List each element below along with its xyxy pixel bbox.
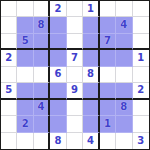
cell-r5c6-given-8[interactable]: 8 [83, 67, 99, 83]
cell-r2c6-empty[interactable] [83, 17, 99, 33]
cell-r4c8-empty[interactable] [116, 50, 132, 66]
cell-r4c6-empty[interactable] [83, 50, 99, 66]
cell-r1c7-empty[interactable] [100, 1, 116, 17]
cell-r2c9-empty[interactable] [133, 17, 149, 33]
cell-r7c6-empty[interactable] [83, 100, 99, 116]
cell-r2c8-given-4[interactable]: 4 [116, 17, 132, 33]
cell-r2c4-empty[interactable] [50, 17, 66, 33]
cell-r5c4-given-6[interactable]: 6 [50, 67, 66, 83]
cell-r8c1-empty[interactable] [1, 116, 17, 132]
cell-r2c1-empty[interactable] [1, 17, 17, 33]
cell-r7c5-empty[interactable] [67, 100, 83, 116]
cell-r7c8-given-8[interactable]: 8 [116, 100, 132, 116]
cell-r4c7-empty[interactable] [100, 50, 116, 66]
cell-r1c5-empty[interactable] [67, 1, 83, 17]
cell-r8c7-given-1[interactable]: 1 [100, 116, 116, 132]
cell-r1c3-empty[interactable] [34, 1, 50, 17]
cell-r5c8-empty[interactable] [116, 67, 132, 83]
cell-r6c5-given-9[interactable]: 9 [67, 83, 83, 99]
cell-r5c7-empty[interactable] [100, 67, 116, 83]
cell-r2c7-empty[interactable] [100, 17, 116, 33]
cell-r1c2-empty[interactable] [17, 1, 33, 17]
cell-r2c2-empty[interactable] [17, 17, 33, 33]
cell-r8c6-empty[interactable] [83, 116, 99, 132]
cell-r5c2-empty[interactable] [17, 67, 33, 83]
cell-r4c2-empty[interactable] [17, 50, 33, 66]
cell-r9c4-given-8[interactable]: 8 [50, 133, 66, 149]
cell-r6c3-empty[interactable] [34, 83, 50, 99]
cell-r4c1-given-2[interactable]: 2 [1, 50, 17, 66]
cell-r3c5-empty[interactable] [67, 34, 83, 50]
cell-r2c3-given-8[interactable]: 8 [34, 17, 50, 33]
cell-r7c7-empty[interactable] [100, 100, 116, 116]
sudoku-board: 218457271685924821843 [0, 0, 150, 150]
cell-r8c2-given-2[interactable]: 2 [17, 116, 33, 132]
cell-r3c4-empty[interactable] [50, 34, 66, 50]
cell-r6c8-empty[interactable] [116, 83, 132, 99]
cell-r8c4-empty[interactable] [50, 116, 66, 132]
cell-r8c5-empty[interactable] [67, 116, 83, 132]
cell-r7c2-empty[interactable] [17, 100, 33, 116]
cell-r5c3-empty[interactable] [34, 67, 50, 83]
cell-r7c3-given-4[interactable]: 4 [34, 100, 50, 116]
cell-r9c9-given-3[interactable]: 3 [133, 133, 149, 149]
cell-r4c9-given-1[interactable]: 1 [133, 50, 149, 66]
cell-r9c1-empty[interactable] [1, 133, 17, 149]
cell-r6c7-empty[interactable] [100, 83, 116, 99]
cell-r6c9-given-2[interactable]: 2 [133, 83, 149, 99]
cell-r1c4-given-2[interactable]: 2 [50, 1, 66, 17]
cell-r4c5-given-7[interactable]: 7 [67, 50, 83, 66]
cell-r1c1-empty[interactable] [1, 1, 17, 17]
cell-r6c1-given-5[interactable]: 5 [1, 83, 17, 99]
cell-r8c8-empty[interactable] [116, 116, 132, 132]
cell-r7c4-empty[interactable] [50, 100, 66, 116]
cell-r4c4-empty[interactable] [50, 50, 66, 66]
cell-r5c1-empty[interactable] [1, 67, 17, 83]
cell-r7c1-empty[interactable] [1, 100, 17, 116]
cell-r3c1-empty[interactable] [1, 34, 17, 50]
cell-r6c2-empty[interactable] [17, 83, 33, 99]
cell-r9c6-given-4[interactable]: 4 [83, 133, 99, 149]
cell-r4c3-empty[interactable] [34, 50, 50, 66]
cell-r9c3-empty[interactable] [34, 133, 50, 149]
cell-r9c2-empty[interactable] [17, 133, 33, 149]
cell-r8c9-empty[interactable] [133, 116, 149, 132]
cell-r8c3-empty[interactable] [34, 116, 50, 132]
cell-r3c8-empty[interactable] [116, 34, 132, 50]
cell-r6c4-empty[interactable] [50, 83, 66, 99]
cell-r5c9-empty[interactable] [133, 67, 149, 83]
cell-r1c9-empty[interactable] [133, 1, 149, 17]
cell-r1c8-empty[interactable] [116, 1, 132, 17]
cell-r6c6-empty[interactable] [83, 83, 99, 99]
cell-r2c5-empty[interactable] [67, 17, 83, 33]
cell-r3c7-given-7[interactable]: 7 [100, 34, 116, 50]
cell-r3c2-given-5[interactable]: 5 [17, 34, 33, 50]
cell-r3c9-empty[interactable] [133, 34, 149, 50]
cell-r3c3-empty[interactable] [34, 34, 50, 50]
cell-r9c7-empty[interactable] [100, 133, 116, 149]
cell-r7c9-empty[interactable] [133, 100, 149, 116]
cell-r3c6-empty[interactable] [83, 34, 99, 50]
cell-r1c6-given-1[interactable]: 1 [83, 1, 99, 17]
cell-r9c8-empty[interactable] [116, 133, 132, 149]
cell-r9c5-empty[interactable] [67, 133, 83, 149]
cell-r5c5-empty[interactable] [67, 67, 83, 83]
